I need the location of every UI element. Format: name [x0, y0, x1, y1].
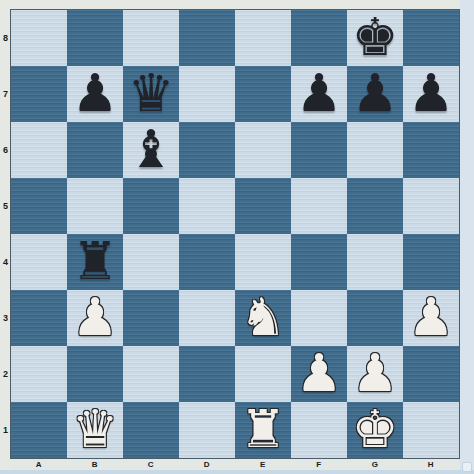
square-b8[interactable]	[67, 10, 123, 66]
square-b1[interactable]: ♛	[67, 402, 123, 458]
rank-label-5: 5	[0, 178, 11, 234]
square-d2[interactable]	[179, 346, 235, 402]
square-g6[interactable]	[347, 122, 403, 178]
piece-black-rook[interactable]: ♜	[67, 234, 123, 290]
chess-board: ♚♟♛♟♟♟♝♜♟♞♟♟♟♛♜♚	[11, 10, 459, 458]
piece-white-pawn[interactable]: ♟	[347, 346, 403, 402]
square-b4[interactable]: ♜	[67, 234, 123, 290]
square-g8[interactable]: ♚	[347, 10, 403, 66]
square-d7[interactable]	[179, 66, 235, 122]
file-label-g: G	[347, 458, 403, 470]
piece-black-pawn[interactable]: ♟	[67, 66, 123, 122]
piece-black-pawn[interactable]: ♟	[347, 66, 403, 122]
square-c8[interactable]	[123, 10, 179, 66]
chess-board-frame: ♚♟♛♟♟♟♝♜♟♞♟♟♟♛♜♚	[10, 9, 460, 459]
rank-label-1: 1	[0, 402, 11, 458]
square-a5[interactable]	[11, 178, 67, 234]
square-h6[interactable]	[403, 122, 459, 178]
square-d6[interactable]	[179, 122, 235, 178]
square-h1[interactable]	[403, 402, 459, 458]
rank-label-2: 2	[0, 346, 11, 402]
square-a7[interactable]	[11, 66, 67, 122]
square-c2[interactable]	[123, 346, 179, 402]
square-e8[interactable]	[235, 10, 291, 66]
piece-white-pawn[interactable]: ♟	[291, 346, 347, 402]
piece-white-knight[interactable]: ♞	[235, 290, 291, 346]
square-e3[interactable]: ♞	[235, 290, 291, 346]
square-c6[interactable]: ♝	[123, 122, 179, 178]
rank-label-7: 7	[0, 66, 11, 122]
file-label-f: F	[291, 458, 347, 470]
square-b3[interactable]: ♟	[67, 290, 123, 346]
square-g2[interactable]: ♟	[347, 346, 403, 402]
piece-black-bishop[interactable]: ♝	[123, 122, 179, 178]
file-label-d: D	[179, 458, 235, 470]
square-g4[interactable]	[347, 234, 403, 290]
square-h4[interactable]	[403, 234, 459, 290]
piece-white-king[interactable]: ♚	[347, 402, 403, 458]
square-e6[interactable]	[235, 122, 291, 178]
piece-black-king[interactable]: ♚	[347, 10, 403, 66]
file-label-e: E	[235, 458, 291, 470]
square-f7[interactable]: ♟	[291, 66, 347, 122]
piece-black-queen[interactable]: ♛	[123, 66, 179, 122]
square-a8[interactable]	[11, 10, 67, 66]
square-h8[interactable]	[403, 10, 459, 66]
square-f1[interactable]	[291, 402, 347, 458]
square-b6[interactable]	[67, 122, 123, 178]
square-d5[interactable]	[179, 178, 235, 234]
rank-label-4: 4	[0, 234, 11, 290]
square-e5[interactable]	[235, 178, 291, 234]
file-label-a: A	[11, 458, 67, 470]
rank-labels: 87654321	[0, 10, 11, 458]
rank-label-3: 3	[0, 290, 11, 346]
square-f8[interactable]	[291, 10, 347, 66]
square-e1[interactable]: ♜	[235, 402, 291, 458]
square-h7[interactable]: ♟	[403, 66, 459, 122]
square-d4[interactable]	[179, 234, 235, 290]
corner-handle	[462, 462, 472, 472]
square-h5[interactable]	[403, 178, 459, 234]
file-label-h: H	[403, 458, 459, 470]
square-c1[interactable]	[123, 402, 179, 458]
piece-white-pawn[interactable]: ♟	[403, 290, 459, 346]
square-d8[interactable]	[179, 10, 235, 66]
rank-label-6: 6	[0, 122, 11, 178]
square-f3[interactable]	[291, 290, 347, 346]
square-f6[interactable]	[291, 122, 347, 178]
square-c7[interactable]: ♛	[123, 66, 179, 122]
square-g5[interactable]	[347, 178, 403, 234]
square-b7[interactable]: ♟	[67, 66, 123, 122]
file-labels: ABCDEFGH	[11, 458, 459, 470]
square-g3[interactable]	[347, 290, 403, 346]
square-e2[interactable]	[235, 346, 291, 402]
piece-black-pawn[interactable]: ♟	[291, 66, 347, 122]
square-a1[interactable]	[11, 402, 67, 458]
square-e4[interactable]	[235, 234, 291, 290]
square-a6[interactable]	[11, 122, 67, 178]
square-c3[interactable]	[123, 290, 179, 346]
square-c4[interactable]	[123, 234, 179, 290]
rank-label-8: 8	[0, 10, 11, 66]
square-g1[interactable]: ♚	[347, 402, 403, 458]
square-a2[interactable]	[11, 346, 67, 402]
bottom-band	[0, 470, 474, 474]
square-g7[interactable]: ♟	[347, 66, 403, 122]
square-h3[interactable]: ♟	[403, 290, 459, 346]
piece-black-pawn[interactable]: ♟	[403, 66, 459, 122]
file-label-c: C	[123, 458, 179, 470]
square-f5[interactable]	[291, 178, 347, 234]
square-c5[interactable]	[123, 178, 179, 234]
square-b5[interactable]	[67, 178, 123, 234]
board-right-margin	[460, 0, 474, 474]
square-f2[interactable]: ♟	[291, 346, 347, 402]
square-b2[interactable]	[67, 346, 123, 402]
piece-white-queen[interactable]: ♛	[67, 402, 123, 458]
square-f4[interactable]	[291, 234, 347, 290]
piece-white-pawn[interactable]: ♟	[67, 290, 123, 346]
square-d3[interactable]	[179, 290, 235, 346]
square-a4[interactable]	[11, 234, 67, 290]
file-label-b: B	[67, 458, 123, 470]
square-d1[interactable]	[179, 402, 235, 458]
piece-white-rook[interactable]: ♜	[235, 402, 291, 458]
square-h2[interactable]	[403, 346, 459, 402]
square-a3[interactable]	[11, 290, 67, 346]
square-e7[interactable]	[235, 66, 291, 122]
